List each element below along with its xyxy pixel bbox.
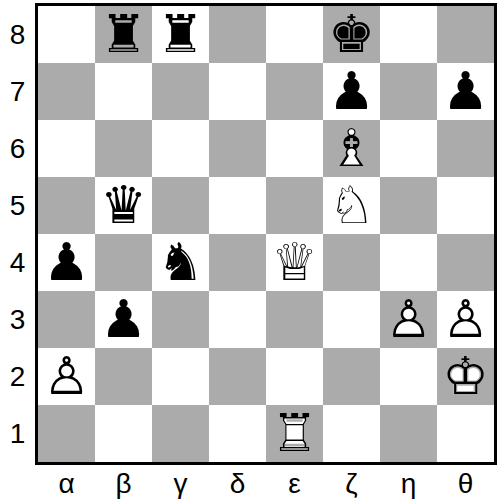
rank-label-3: 3 xyxy=(0,291,35,348)
square-β8[interactable]: ♜ xyxy=(95,6,152,63)
black-pawn[interactable]: ♟ xyxy=(323,63,380,120)
square-β1[interactable] xyxy=(95,405,152,462)
rank-label-5: 5 xyxy=(0,177,35,234)
square-γ4[interactable]: ♞ xyxy=(152,234,209,291)
square-δ8[interactable] xyxy=(209,6,266,63)
square-ζ1[interactable] xyxy=(323,405,380,462)
square-η5[interactable] xyxy=(380,177,437,234)
white-rook[interactable]: ♜♖ xyxy=(266,405,323,462)
square-α7[interactable] xyxy=(38,63,95,120)
chess-diagram: 87654321 ♜♜♚♟♟♝♗♛♞♘♟♞♛♕♟♟♙♟♙♟♙♚♔♜♖ αβγδε… xyxy=(0,0,500,500)
square-γ5[interactable] xyxy=(152,177,209,234)
square-α8[interactable] xyxy=(38,6,95,63)
white-queen-glyph: ♕ xyxy=(266,234,323,291)
square-δ2[interactable] xyxy=(209,348,266,405)
square-ε3[interactable] xyxy=(266,291,323,348)
black-pawn-glyph: ♟ xyxy=(437,63,494,120)
black-knight[interactable]: ♞ xyxy=(152,234,209,291)
square-η4[interactable] xyxy=(380,234,437,291)
rank-label-8: 8 xyxy=(0,6,35,63)
square-δ1[interactable] xyxy=(209,405,266,462)
square-γ8[interactable]: ♜ xyxy=(152,6,209,63)
white-knight-glyph: ♘ xyxy=(323,177,380,234)
square-η2[interactable] xyxy=(380,348,437,405)
black-pawn[interactable]: ♟ xyxy=(437,63,494,120)
square-α6[interactable] xyxy=(38,120,95,177)
white-bishop-glyph: ♗ xyxy=(323,120,380,177)
black-rook-glyph: ♜ xyxy=(152,6,209,63)
black-rook[interactable]: ♜ xyxy=(95,6,152,63)
black-pawn-glyph: ♟ xyxy=(323,63,380,120)
black-knight-glyph: ♞ xyxy=(152,234,209,291)
rank-label-6: 6 xyxy=(0,120,35,177)
square-β5[interactable]: ♛ xyxy=(95,177,152,234)
black-rook-glyph: ♜ xyxy=(95,6,152,63)
black-pawn[interactable]: ♟ xyxy=(95,291,152,348)
square-θ8[interactable] xyxy=(437,6,494,63)
square-θ4[interactable] xyxy=(437,234,494,291)
square-ζ2[interactable] xyxy=(323,348,380,405)
square-δ5[interactable] xyxy=(209,177,266,234)
square-ε5[interactable] xyxy=(266,177,323,234)
square-γ7[interactable] xyxy=(152,63,209,120)
square-γ3[interactable] xyxy=(152,291,209,348)
black-queen[interactable]: ♛ xyxy=(95,177,152,234)
rank-label-7: 7 xyxy=(0,63,35,120)
white-knight[interactable]: ♞♘ xyxy=(323,177,380,234)
black-pawn-glyph: ♟ xyxy=(38,234,95,291)
black-king-glyph: ♚ xyxy=(323,6,380,63)
white-pawn-glyph: ♙ xyxy=(380,291,437,348)
rank-labels: 87654321 xyxy=(0,3,35,465)
square-δ4[interactable] xyxy=(209,234,266,291)
square-α5[interactable] xyxy=(38,177,95,234)
square-ζ7[interactable]: ♟ xyxy=(323,63,380,120)
white-king-glyph: ♔ xyxy=(437,348,494,405)
square-ε4[interactable]: ♛♕ xyxy=(266,234,323,291)
square-θ3[interactable]: ♟♙ xyxy=(437,291,494,348)
black-pawn[interactable]: ♟ xyxy=(38,234,95,291)
square-ζ5[interactable]: ♞♘ xyxy=(323,177,380,234)
file-label-γ: γ xyxy=(152,465,209,500)
square-β2[interactable] xyxy=(95,348,152,405)
file-label-η: η xyxy=(380,465,437,500)
square-ζ8[interactable]: ♚ xyxy=(323,6,380,63)
white-king[interactable]: ♚♔ xyxy=(437,348,494,405)
white-pawn[interactable]: ♟♙ xyxy=(380,291,437,348)
white-bishop[interactable]: ♝♗ xyxy=(323,120,380,177)
square-α3[interactable] xyxy=(38,291,95,348)
square-θ5[interactable] xyxy=(437,177,494,234)
white-pawn-glyph: ♙ xyxy=(437,291,494,348)
square-ε8[interactable] xyxy=(266,6,323,63)
black-rook[interactable]: ♜ xyxy=(152,6,209,63)
file-label-β: β xyxy=(95,465,152,500)
square-η6[interactable] xyxy=(380,120,437,177)
square-δ7[interactable] xyxy=(209,63,266,120)
file-label-α: α xyxy=(38,465,95,500)
square-θ7[interactable]: ♟ xyxy=(437,63,494,120)
rank-label-1: 1 xyxy=(0,405,35,462)
square-ε6[interactable] xyxy=(266,120,323,177)
white-queen[interactable]: ♛♕ xyxy=(266,234,323,291)
square-η7[interactable] xyxy=(380,63,437,120)
square-ζ3[interactable] xyxy=(323,291,380,348)
file-label-ζ: ζ xyxy=(323,465,380,500)
square-η8[interactable] xyxy=(380,6,437,63)
white-pawn-glyph: ♙ xyxy=(38,348,95,405)
file-label-θ: θ xyxy=(437,465,494,500)
square-β7[interactable] xyxy=(95,63,152,120)
square-θ1[interactable] xyxy=(437,405,494,462)
square-γ2[interactable] xyxy=(152,348,209,405)
corner-spacer xyxy=(0,465,35,500)
file-labels: αβγδεζηθ xyxy=(35,465,497,500)
square-η3[interactable]: ♟♙ xyxy=(380,291,437,348)
square-β4[interactable] xyxy=(95,234,152,291)
square-γ6[interactable] xyxy=(152,120,209,177)
square-ζ6[interactable]: ♝♗ xyxy=(323,120,380,177)
square-α1[interactable] xyxy=(38,405,95,462)
file-label-δ: δ xyxy=(209,465,266,500)
square-ε7[interactable] xyxy=(266,63,323,120)
white-pawn[interactable]: ♟♙ xyxy=(38,348,95,405)
square-ζ4[interactable] xyxy=(323,234,380,291)
square-ε1[interactable]: ♜♖ xyxy=(266,405,323,462)
black-king[interactable]: ♚ xyxy=(323,6,380,63)
chess-board: ♜♜♚♟♟♝♗♛♞♘♟♞♛♕♟♟♙♟♙♟♙♚♔♜♖ xyxy=(35,3,497,465)
square-ε2[interactable] xyxy=(266,348,323,405)
square-β3[interactable]: ♟ xyxy=(95,291,152,348)
square-α2[interactable]: ♟♙ xyxy=(38,348,95,405)
square-δ3[interactable] xyxy=(209,291,266,348)
white-pawn[interactable]: ♟♙ xyxy=(437,291,494,348)
rank-label-2: 2 xyxy=(0,348,35,405)
square-η1[interactable] xyxy=(380,405,437,462)
square-θ2[interactable]: ♚♔ xyxy=(437,348,494,405)
square-β6[interactable] xyxy=(95,120,152,177)
square-δ6[interactable] xyxy=(209,120,266,177)
white-rook-glyph: ♖ xyxy=(266,405,323,462)
square-α4[interactable]: ♟ xyxy=(38,234,95,291)
file-label-ε: ε xyxy=(266,465,323,500)
square-γ1[interactable] xyxy=(152,405,209,462)
square-θ6[interactable] xyxy=(437,120,494,177)
black-pawn-glyph: ♟ xyxy=(95,291,152,348)
rank-label-4: 4 xyxy=(0,234,35,291)
black-queen-glyph: ♛ xyxy=(95,177,152,234)
